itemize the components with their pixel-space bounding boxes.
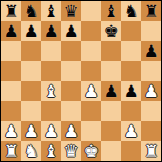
white-pawn-icon[interactable]: ♟ <box>23 121 38 141</box>
square-c2[interactable]: ♟ <box>41 121 61 141</box>
square-d1[interactable]: ♛ <box>61 141 81 161</box>
square-d5[interactable] <box>61 61 81 81</box>
white-rook-icon[interactable]: ♜ <box>143 141 158 161</box>
white-rook-icon[interactable]: ♜ <box>3 141 18 161</box>
white-knight-icon[interactable]: ♞ <box>23 141 38 161</box>
square-b1[interactable]: ♞ <box>21 141 41 161</box>
square-g7[interactable] <box>121 21 141 41</box>
square-b8[interactable]: ♞ <box>21 1 41 21</box>
square-a2[interactable]: ♟ <box>1 121 21 141</box>
square-c6[interactable] <box>41 41 61 61</box>
square-a4[interactable] <box>1 81 21 101</box>
chess-board: ♜♞♝♛♝♞♜♟♟♟♟♚♟♝♟♟♟♟♟♟♟♟♟♜♞♝♛♚♜ <box>1 1 161 161</box>
black-pawn-icon[interactable]: ♟ <box>23 21 38 41</box>
square-g8[interactable]: ♞ <box>121 1 141 21</box>
black-rook-icon[interactable]: ♜ <box>143 1 158 21</box>
white-pawn-icon[interactable]: ♟ <box>3 121 18 141</box>
square-f2[interactable] <box>101 121 121 141</box>
black-pawn-icon[interactable]: ♟ <box>63 21 78 41</box>
square-e6[interactable] <box>81 41 101 61</box>
white-pawn-icon[interactable]: ♟ <box>63 121 78 141</box>
black-pawn-icon[interactable]: ♟ <box>123 81 138 101</box>
square-g3[interactable] <box>121 101 141 121</box>
square-b5[interactable] <box>21 61 41 81</box>
square-e7[interactable] <box>81 21 101 41</box>
black-knight-icon[interactable]: ♞ <box>23 1 38 21</box>
square-a6[interactable] <box>1 41 21 61</box>
white-pawn-icon[interactable]: ♟ <box>43 121 58 141</box>
square-e8[interactable] <box>81 1 101 21</box>
square-c4[interactable]: ♝ <box>41 81 61 101</box>
black-bishop-icon[interactable]: ♝ <box>43 1 58 21</box>
square-e1[interactable]: ♚ <box>81 141 101 161</box>
square-a8[interactable]: ♜ <box>1 1 21 21</box>
square-e3[interactable] <box>81 101 101 121</box>
white-bishop-icon[interactable]: ♝ <box>43 81 58 101</box>
square-a3[interactable] <box>1 101 21 121</box>
square-d4[interactable] <box>61 81 81 101</box>
square-b4[interactable] <box>21 81 41 101</box>
square-d2[interactable]: ♟ <box>61 121 81 141</box>
square-a7[interactable]: ♟ <box>1 21 21 41</box>
square-a5[interactable] <box>1 61 21 81</box>
white-pawn-icon[interactable]: ♟ <box>83 81 98 101</box>
black-pawn-icon[interactable]: ♟ <box>103 81 118 101</box>
square-d8[interactable]: ♛ <box>61 1 81 21</box>
square-c1[interactable]: ♝ <box>41 141 61 161</box>
white-queen-icon[interactable]: ♛ <box>63 141 78 161</box>
square-c5[interactable] <box>41 61 61 81</box>
black-queen-icon[interactable]: ♛ <box>63 1 78 21</box>
square-h7[interactable] <box>141 21 161 41</box>
square-f8[interactable]: ♝ <box>101 1 121 21</box>
black-pawn-icon[interactable]: ♟ <box>3 21 18 41</box>
square-a1[interactable]: ♜ <box>1 141 21 161</box>
square-e5[interactable] <box>81 61 101 81</box>
black-king-icon[interactable]: ♚ <box>103 21 118 41</box>
white-pawn-icon[interactable]: ♟ <box>123 121 138 141</box>
square-h3[interactable] <box>141 101 161 121</box>
square-c7[interactable]: ♟ <box>41 21 61 41</box>
square-h2[interactable] <box>141 121 161 141</box>
square-c3[interactable] <box>41 101 61 121</box>
square-b3[interactable] <box>21 101 41 121</box>
black-knight-icon[interactable]: ♞ <box>123 1 138 21</box>
square-g2[interactable]: ♟ <box>121 121 141 141</box>
square-g1[interactable] <box>121 141 141 161</box>
square-f4[interactable]: ♟ <box>101 81 121 101</box>
square-c8[interactable]: ♝ <box>41 1 61 21</box>
square-h6[interactable]: ♟ <box>141 41 161 61</box>
square-f5[interactable] <box>101 61 121 81</box>
square-f1[interactable] <box>101 141 121 161</box>
square-d7[interactable]: ♟ <box>61 21 81 41</box>
black-pawn-icon[interactable]: ♟ <box>143 41 158 61</box>
square-b6[interactable] <box>21 41 41 61</box>
square-g4[interactable]: ♟ <box>121 81 141 101</box>
square-h5[interactable] <box>141 61 161 81</box>
square-b7[interactable]: ♟ <box>21 21 41 41</box>
square-d6[interactable] <box>61 41 81 61</box>
square-h4[interactable]: ♟ <box>141 81 161 101</box>
square-f7[interactable]: ♚ <box>101 21 121 41</box>
white-pawn-icon[interactable]: ♟ <box>143 81 158 101</box>
square-e2[interactable] <box>81 121 101 141</box>
square-e4[interactable]: ♟ <box>81 81 101 101</box>
square-g5[interactable] <box>121 61 141 81</box>
square-h8[interactable]: ♜ <box>141 1 161 21</box>
chess-board-frame: ♜♞♝♛♝♞♜♟♟♟♟♚♟♝♟♟♟♟♟♟♟♟♟♜♞♝♛♚♜ <box>0 0 162 162</box>
square-f6[interactable] <box>101 41 121 61</box>
black-bishop-icon[interactable]: ♝ <box>103 1 118 21</box>
square-f3[interactable] <box>101 101 121 121</box>
square-d3[interactable] <box>61 101 81 121</box>
black-pawn-icon[interactable]: ♟ <box>43 21 58 41</box>
white-bishop-icon[interactable]: ♝ <box>43 141 58 161</box>
square-b2[interactable]: ♟ <box>21 121 41 141</box>
black-rook-icon[interactable]: ♜ <box>3 1 18 21</box>
white-king-icon[interactable]: ♚ <box>83 141 98 161</box>
square-h1[interactable]: ♜ <box>141 141 161 161</box>
square-g6[interactable] <box>121 41 141 61</box>
